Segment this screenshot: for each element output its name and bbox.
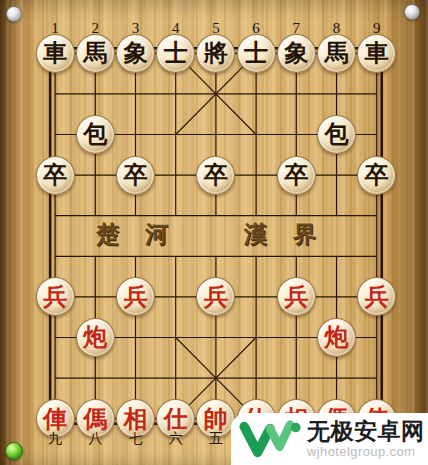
board-point-9-7[interactable] — [276, 358, 316, 399]
board-point-5-9[interactable] — [357, 195, 397, 236]
column-number-bottom-3: 七 — [129, 432, 143, 446]
column-number-top-8: 8 — [333, 21, 341, 36]
board-point-2-9[interactable] — [357, 74, 397, 115]
column-number-bottom-4: 六 — [169, 432, 183, 446]
board-point-8-9[interactable] — [357, 317, 397, 358]
board-point-7-8[interactable] — [316, 277, 356, 318]
board-point-8-4[interactable] — [156, 317, 196, 358]
watermark-site-url: wjhotelgroup.com — [307, 445, 425, 458]
column-number-bottom-5: 五 — [209, 432, 223, 446]
board-point-1-1[interactable]: 車 — [35, 33, 75, 74]
watermark: 无极安卓网 wjhotelgroup.com — [231, 413, 428, 465]
board-point-1-7[interactable]: 象 — [276, 33, 316, 74]
board-point-2-6[interactable] — [236, 74, 276, 115]
board-point-6-9[interactable] — [357, 236, 397, 277]
board-point-2-4[interactable] — [156, 74, 196, 115]
board-point-2-1[interactable] — [35, 74, 75, 115]
board-point-2-3[interactable] — [115, 74, 155, 115]
board-point-4-5[interactable]: 卒 — [196, 155, 236, 196]
board-point-9-3[interactable] — [115, 358, 155, 399]
board-point-9-2[interactable] — [75, 358, 115, 399]
board-point-3-6[interactable] — [236, 114, 276, 155]
board-point-8-1[interactable] — [35, 317, 75, 358]
board-point-3-9[interactable] — [357, 114, 397, 155]
board-point-2-8[interactable] — [316, 74, 356, 115]
board-point-4-6[interactable] — [236, 155, 276, 196]
piece-black-車[interactable]: 車 — [36, 34, 75, 73]
piece-black-車[interactable]: 車 — [357, 34, 396, 73]
board-point-1-4[interactable]: 士 — [156, 33, 196, 74]
board-point-1-9[interactable]: 車 — [357, 33, 397, 74]
board-point-9-6[interactable] — [236, 358, 276, 399]
board-point-1-6[interactable]: 士 — [236, 33, 276, 74]
board-point-4-8[interactable] — [316, 155, 356, 196]
green-pin-bottom-left-icon — [5, 442, 23, 460]
column-number-top-2: 2 — [92, 21, 100, 36]
board-point-4-4[interactable] — [156, 155, 196, 196]
watermark-dot-icon — [291, 423, 301, 433]
piece-red-兵[interactable]: 兵 — [116, 277, 155, 316]
board-point-6-1[interactable] — [35, 236, 75, 277]
board-point-4-2[interactable] — [75, 155, 115, 196]
piece-black-士[interactable]: 士 — [156, 34, 195, 73]
board-point-1-3[interactable]: 象 — [115, 33, 155, 74]
board-point-2-2[interactable] — [75, 74, 115, 115]
board-point-7-6[interactable] — [236, 277, 276, 318]
board-point-3-5[interactable] — [196, 114, 236, 155]
board-point-9-8[interactable] — [316, 358, 356, 399]
screw-top-left-icon — [6, 6, 22, 22]
piece-red-兵[interactable]: 兵 — [357, 277, 396, 316]
watermark-w-logo-icon — [238, 418, 302, 460]
board-point-7-4[interactable] — [156, 277, 196, 318]
piece-black-卒[interactable]: 卒 — [277, 156, 316, 195]
board-point-9-4[interactable] — [156, 358, 196, 399]
piece-red-炮[interactable]: 炮 — [76, 318, 115, 357]
board-point-8-7[interactable] — [276, 317, 316, 358]
piece-black-包[interactable]: 包 — [317, 115, 356, 154]
xiangqi-board: 車馬象士將士象馬車包包卒卒卒卒卒兵兵兵兵兵炮炮俥傌相仕帥仕相傌俥 1234567… — [0, 0, 428, 465]
board-point-8-8[interactable]: 炮 — [316, 317, 356, 358]
board-point-7-3[interactable]: 兵 — [115, 277, 155, 318]
board-point-4-7[interactable]: 卒 — [276, 155, 316, 196]
board-point-1-5[interactable]: 將 — [196, 33, 236, 74]
piece-red-兵[interactable]: 兵 — [36, 277, 75, 316]
board-point-8-6[interactable] — [236, 317, 276, 358]
board-point-4-1[interactable]: 卒 — [35, 155, 75, 196]
board-grid: 車馬象士將士象馬車包包卒卒卒卒卒兵兵兵兵兵炮炮俥傌相仕帥仕相傌俥 — [35, 33, 397, 439]
board-point-3-1[interactable] — [35, 114, 75, 155]
board-point-4-9[interactable]: 卒 — [357, 155, 397, 196]
column-number-top-3: 3 — [132, 21, 140, 36]
column-number-top-4: 4 — [172, 21, 180, 36]
piece-black-包[interactable]: 包 — [76, 115, 115, 154]
piece-black-卒[interactable]: 卒 — [196, 156, 235, 195]
board-point-9-1[interactable] — [35, 358, 75, 399]
board-point-6-5[interactable] — [196, 236, 236, 277]
column-number-top-5: 5 — [212, 21, 220, 36]
board-point-8-2[interactable]: 炮 — [75, 317, 115, 358]
column-number-top-7: 7 — [293, 21, 301, 36]
river-label-left: 楚河 — [96, 219, 194, 250]
board-point-5-1[interactable] — [35, 195, 75, 236]
river-label-right: 漢界 — [244, 219, 342, 250]
board-point-3-8[interactable]: 包 — [316, 114, 356, 155]
board-point-3-7[interactable] — [276, 114, 316, 155]
piece-red-兵[interactable]: 兵 — [277, 277, 316, 316]
screw-top-right-icon — [404, 4, 420, 20]
watermark-site-name: 无极安卓网 — [307, 420, 425, 443]
board-point-4-3[interactable]: 卒 — [115, 155, 155, 196]
piece-black-士[interactable]: 士 — [237, 34, 276, 73]
column-number-bottom-2: 八 — [88, 432, 102, 446]
board-point-5-5[interactable] — [196, 195, 236, 236]
board-point-7-2[interactable] — [75, 277, 115, 318]
piece-red-兵[interactable]: 兵 — [196, 277, 235, 316]
board-point-7-7[interactable]: 兵 — [276, 277, 316, 318]
board-point-8-5[interactable] — [196, 317, 236, 358]
board-point-2-5[interactable] — [196, 74, 236, 115]
piece-black-卒[interactable]: 卒 — [116, 156, 155, 195]
board-point-7-5[interactable]: 兵 — [196, 277, 236, 318]
board-point-1-2[interactable]: 馬 — [75, 33, 115, 74]
piece-black-馬[interactable]: 馬 — [76, 34, 115, 73]
board-point-7-1[interactable]: 兵 — [35, 277, 75, 318]
piece-black-卒[interactable]: 卒 — [357, 156, 396, 195]
board-point-9-9[interactable] — [357, 358, 397, 399]
board-point-8-3[interactable] — [115, 317, 155, 358]
piece-black-象[interactable]: 象 — [277, 34, 316, 73]
column-number-top-1: 1 — [51, 21, 59, 36]
piece-black-馬[interactable]: 馬 — [317, 34, 356, 73]
piece-black-卒[interactable]: 卒 — [36, 156, 75, 195]
column-number-bottom-1: 九 — [48, 432, 62, 446]
column-number-top-6: 6 — [252, 21, 260, 36]
board-point-3-3[interactable] — [115, 114, 155, 155]
piece-black-將[interactable]: 將 — [196, 34, 235, 73]
board-point-2-7[interactable] — [276, 74, 316, 115]
board-point-3-2[interactable]: 包 — [75, 114, 115, 155]
piece-red-炮[interactable]: 炮 — [317, 318, 356, 357]
board-point-7-9[interactable]: 兵 — [357, 277, 397, 318]
board-point-1-8[interactable]: 馬 — [316, 33, 356, 74]
board-point-3-4[interactable] — [156, 114, 196, 155]
column-number-top-9: 9 — [373, 21, 381, 36]
board-point-9-5[interactable] — [196, 358, 236, 399]
piece-black-象[interactable]: 象 — [116, 34, 155, 73]
